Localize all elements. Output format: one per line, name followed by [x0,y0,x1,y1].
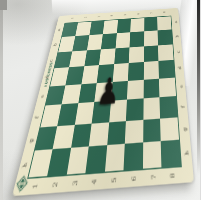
square [130,31,144,47]
file-label-right: h [181,149,192,157]
black-pawn: ♟ [96,73,121,111]
square [99,48,115,65]
rank-label-top: 4 [110,13,114,19]
file-label-left: b [51,42,60,47]
photo-edge-left [0,0,3,200]
rank-label-bottom: 1 [30,178,40,195]
rank-label-top: 8 [163,9,166,15]
square [107,121,126,146]
square [143,118,161,142]
file-label-right: c [174,49,182,54]
square [85,145,106,172]
photo-scene: 1234567812345678abcdefghabcdefgh US CHES… [0,0,200,200]
rank-label-top: 5 [123,12,126,18]
rank-label-bottom: 2 [50,176,59,193]
square [89,122,109,147]
rank-label-bottom: 5 [110,172,117,189]
square [101,33,117,49]
square [160,117,179,141]
square [158,29,173,45]
square [142,141,161,168]
file-label-left: f [31,114,42,121]
file-label-right: b [173,34,181,39]
file-label-left: h [19,161,31,170]
photo-edge-right [197,0,201,190]
file-label-right: g [179,125,189,133]
square [115,32,130,48]
square [126,98,143,120]
rank-label-bottom: 6 [130,170,137,187]
square [158,44,173,61]
square [144,30,158,46]
file-label-left: a [55,28,64,33]
square [144,45,159,62]
rank-label-bottom: 8 [169,167,176,184]
square [129,46,144,63]
square [128,62,144,80]
rank-label-top: 7 [150,10,153,16]
square [103,20,118,35]
photo-edge-corner [0,0,7,10]
file-label-left: e [37,93,47,99]
square [143,78,159,98]
rank-label-bottom: 7 [150,169,156,186]
rank-label-bottom: 3 [70,175,79,192]
square [143,97,160,119]
square [114,47,130,64]
rank-label-top: 6 [137,11,140,17]
square [159,96,177,118]
square [143,61,159,79]
square [130,18,144,32]
file-label-right: f [178,103,188,110]
square [158,60,174,78]
us-chess-logo-icon [44,85,47,86]
rank-label-top: 2 [83,14,87,20]
square [124,142,143,169]
rank-label-top: 1 [70,15,74,21]
square [161,140,181,167]
square [125,119,143,143]
rank-label-bottom: 4 [90,173,98,190]
file-label-right: a [172,20,180,24]
square [105,144,125,171]
square [144,17,158,31]
checkered-diamond-logo-icon [14,175,30,193]
rank-label-top: 3 [97,14,101,20]
square [159,77,176,97]
square [117,19,131,34]
file-label-left: g [25,136,37,144]
square [157,16,171,30]
square [127,79,143,99]
file-label-right: d [175,65,184,71]
file-label-right: e [176,83,185,89]
